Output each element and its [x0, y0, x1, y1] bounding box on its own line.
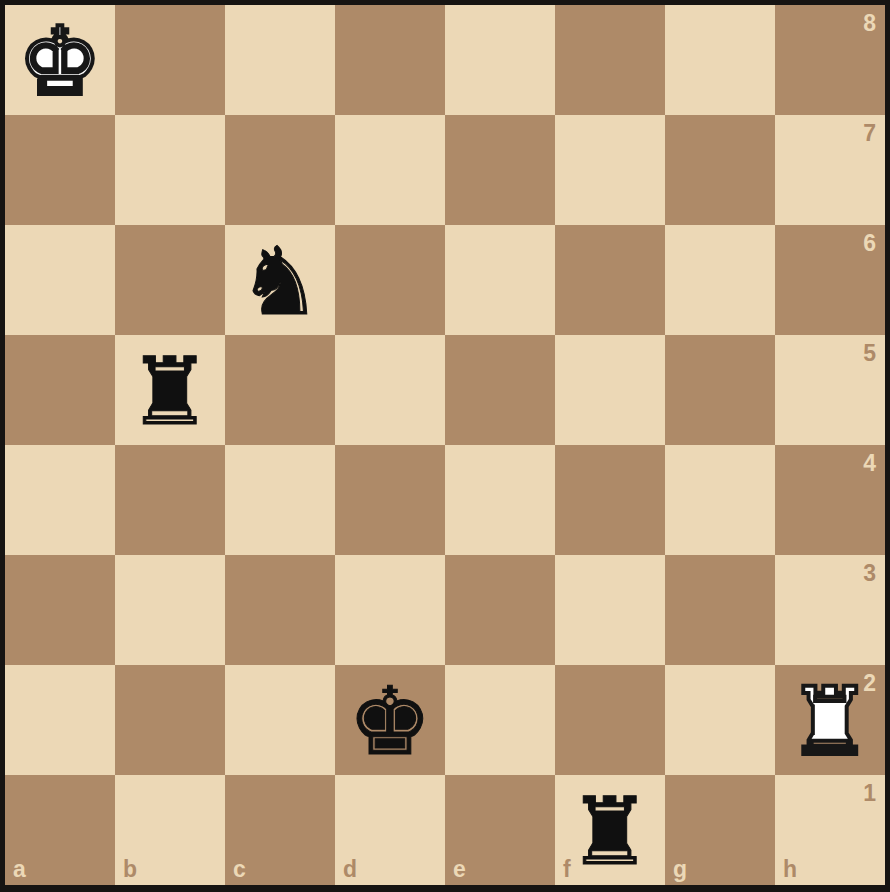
- square-f2[interactable]: [555, 665, 665, 775]
- white-rook[interactable]: ♜: [775, 667, 885, 777]
- square-b4[interactable]: [115, 445, 225, 555]
- square-f3[interactable]: [555, 555, 665, 665]
- square-c6[interactable]: ♞: [225, 225, 335, 335]
- square-g7[interactable]: [665, 115, 775, 225]
- square-f1[interactable]: f♜: [555, 775, 665, 885]
- rank-label-7: 7: [863, 122, 876, 145]
- square-c8[interactable]: [225, 5, 335, 115]
- rank-label-1: 1: [863, 782, 876, 805]
- square-g3[interactable]: [665, 555, 775, 665]
- square-b5[interactable]: ♜: [115, 335, 225, 445]
- square-a1[interactable]: a: [5, 775, 115, 885]
- square-c5[interactable]: [225, 335, 335, 445]
- square-g6[interactable]: [665, 225, 775, 335]
- square-g8[interactable]: [665, 5, 775, 115]
- square-c1[interactable]: c: [225, 775, 335, 885]
- square-g5[interactable]: [665, 335, 775, 445]
- square-c4[interactable]: [225, 445, 335, 555]
- square-e1[interactable]: e: [445, 775, 555, 885]
- file-label-a: a: [13, 858, 26, 881]
- rank-label-4: 4: [863, 452, 876, 475]
- black-rook[interactable]: ♜: [555, 777, 665, 887]
- square-h5[interactable]: 5: [775, 335, 885, 445]
- square-g2[interactable]: [665, 665, 775, 775]
- square-c2[interactable]: [225, 665, 335, 775]
- square-b1[interactable]: b: [115, 775, 225, 885]
- file-label-c: c: [233, 858, 246, 881]
- square-h6[interactable]: 6: [775, 225, 885, 335]
- square-g4[interactable]: [665, 445, 775, 555]
- file-label-g: g: [673, 858, 687, 881]
- square-a4[interactable]: [5, 445, 115, 555]
- square-a2[interactable]: [5, 665, 115, 775]
- square-d7[interactable]: [335, 115, 445, 225]
- square-b7[interactable]: [115, 115, 225, 225]
- square-h8[interactable]: 8: [775, 5, 885, 115]
- square-e6[interactable]: [445, 225, 555, 335]
- white-king[interactable]: ♚: [5, 7, 115, 117]
- square-g1[interactable]: g: [665, 775, 775, 885]
- square-e4[interactable]: [445, 445, 555, 555]
- chess-board: ♚87♞6♜543♚2♜abcdef♜g1h: [5, 5, 885, 885]
- square-a3[interactable]: [5, 555, 115, 665]
- file-label-d: d: [343, 858, 357, 881]
- square-d5[interactable]: [335, 335, 445, 445]
- file-label-e: e: [453, 858, 466, 881]
- square-h1[interactable]: 1h: [775, 775, 885, 885]
- square-d8[interactable]: [335, 5, 445, 115]
- square-b8[interactable]: [115, 5, 225, 115]
- square-e5[interactable]: [445, 335, 555, 445]
- square-e2[interactable]: [445, 665, 555, 775]
- file-label-h: h: [783, 858, 797, 881]
- square-h3[interactable]: 3: [775, 555, 885, 665]
- square-a7[interactable]: [5, 115, 115, 225]
- black-rook[interactable]: ♜: [115, 337, 225, 447]
- file-label-b: b: [123, 858, 137, 881]
- black-knight[interactable]: ♞: [225, 227, 335, 337]
- square-b3[interactable]: [115, 555, 225, 665]
- square-b6[interactable]: [115, 225, 225, 335]
- square-h2[interactable]: 2♜: [775, 665, 885, 775]
- square-h7[interactable]: 7: [775, 115, 885, 225]
- square-d2[interactable]: ♚: [335, 665, 445, 775]
- rank-label-8: 8: [863, 12, 876, 35]
- rank-label-6: 6: [863, 232, 876, 255]
- square-f8[interactable]: [555, 5, 665, 115]
- square-c3[interactable]: [225, 555, 335, 665]
- square-f4[interactable]: [555, 445, 665, 555]
- square-f5[interactable]: [555, 335, 665, 445]
- square-h4[interactable]: 4: [775, 445, 885, 555]
- square-d6[interactable]: [335, 225, 445, 335]
- rank-label-5: 5: [863, 342, 876, 365]
- square-e8[interactable]: [445, 5, 555, 115]
- square-d1[interactable]: d: [335, 775, 445, 885]
- square-a8[interactable]: ♚: [5, 5, 115, 115]
- square-f6[interactable]: [555, 225, 665, 335]
- square-a5[interactable]: [5, 335, 115, 445]
- black-king[interactable]: ♚: [335, 667, 445, 777]
- square-e7[interactable]: [445, 115, 555, 225]
- square-d3[interactable]: [335, 555, 445, 665]
- square-e3[interactable]: [445, 555, 555, 665]
- square-b2[interactable]: [115, 665, 225, 775]
- square-a6[interactable]: [5, 225, 115, 335]
- rank-label-3: 3: [863, 562, 876, 585]
- square-d4[interactable]: [335, 445, 445, 555]
- square-c7[interactable]: [225, 115, 335, 225]
- square-f7[interactable]: [555, 115, 665, 225]
- chess-app-window: ♚87♞6♜543♚2♜abcdef♜g1h: [0, 0, 890, 892]
